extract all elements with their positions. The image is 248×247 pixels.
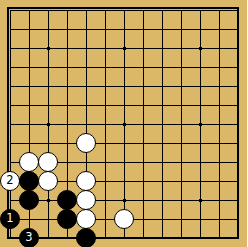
board-point[interactable] xyxy=(39,134,58,153)
board-point[interactable] xyxy=(172,1,191,20)
board-point[interactable] xyxy=(153,153,172,172)
board-point[interactable] xyxy=(115,210,134,229)
board-point[interactable] xyxy=(77,229,96,247)
white-stone[interactable] xyxy=(76,209,96,229)
board-point[interactable] xyxy=(96,210,115,229)
board-point[interactable] xyxy=(134,115,153,134)
board-point[interactable] xyxy=(20,39,39,58)
board-point[interactable] xyxy=(77,191,96,210)
board-point[interactable] xyxy=(96,39,115,58)
board-point[interactable] xyxy=(20,191,39,210)
board-point[interactable] xyxy=(191,134,210,153)
board-point[interactable] xyxy=(172,20,191,39)
board-point[interactable] xyxy=(229,20,248,39)
board-point[interactable] xyxy=(39,77,58,96)
board-point[interactable] xyxy=(134,134,153,153)
move-number-label: 2 xyxy=(6,175,13,187)
board-point[interactable] xyxy=(1,77,20,96)
board-point[interactable] xyxy=(115,229,134,247)
board-point[interactable] xyxy=(191,210,210,229)
board-point[interactable] xyxy=(210,210,229,229)
black-stone[interactable]: 3 xyxy=(19,228,39,247)
board-point[interactable] xyxy=(115,39,134,58)
board-point[interactable] xyxy=(153,77,172,96)
white-stone[interactable] xyxy=(38,171,58,191)
board-point[interactable] xyxy=(115,77,134,96)
board-point[interactable] xyxy=(58,134,77,153)
board-point[interactable] xyxy=(20,115,39,134)
board-point[interactable] xyxy=(210,96,229,115)
board-point[interactable] xyxy=(134,153,153,172)
board-point[interactable] xyxy=(153,210,172,229)
board-point[interactable]: 2 xyxy=(1,172,20,191)
board-point[interactable] xyxy=(153,134,172,153)
board-point[interactable] xyxy=(39,210,58,229)
move-number-label: 3 xyxy=(25,232,32,244)
board-point[interactable] xyxy=(172,153,191,172)
board-point[interactable] xyxy=(172,39,191,58)
board-point[interactable] xyxy=(77,39,96,58)
board-point[interactable] xyxy=(39,20,58,39)
board-point[interactable] xyxy=(191,172,210,191)
board-point[interactable] xyxy=(96,229,115,247)
board-point[interactable] xyxy=(1,58,20,77)
board-point[interactable] xyxy=(58,210,77,229)
board-point[interactable] xyxy=(77,153,96,172)
board-point[interactable] xyxy=(153,229,172,247)
board-point[interactable]: 1 xyxy=(1,210,20,229)
board-point[interactable] xyxy=(58,58,77,77)
board-point[interactable] xyxy=(1,1,20,20)
board-point[interactable] xyxy=(153,1,172,20)
board-point[interactable] xyxy=(20,96,39,115)
board-point[interactable] xyxy=(96,191,115,210)
board-point[interactable] xyxy=(20,77,39,96)
white-stone[interactable] xyxy=(19,152,39,172)
board-point[interactable] xyxy=(39,1,58,20)
board-point[interactable] xyxy=(153,115,172,134)
black-stone[interactable] xyxy=(57,209,77,229)
white-stone[interactable] xyxy=(38,152,58,172)
black-stone[interactable] xyxy=(57,190,77,210)
board-point[interactable] xyxy=(1,39,20,58)
board-point[interactable] xyxy=(96,58,115,77)
board-point[interactable] xyxy=(210,172,229,191)
board-point[interactable] xyxy=(115,172,134,191)
board-point[interactable] xyxy=(77,172,96,191)
board-point[interactable] xyxy=(58,96,77,115)
board-point[interactable] xyxy=(134,58,153,77)
white-stone[interactable] xyxy=(76,190,96,210)
board-point[interactable] xyxy=(115,20,134,39)
board-point[interactable] xyxy=(134,172,153,191)
black-stone[interactable] xyxy=(76,228,96,247)
board-point[interactable] xyxy=(134,210,153,229)
board-point[interactable] xyxy=(153,58,172,77)
board-point[interactable] xyxy=(20,153,39,172)
board-point[interactable] xyxy=(39,191,58,210)
board-point[interactable] xyxy=(191,153,210,172)
board-point[interactable] xyxy=(229,134,248,153)
board-point[interactable] xyxy=(39,58,58,77)
board-point[interactable] xyxy=(191,96,210,115)
board-point[interactable] xyxy=(58,229,77,247)
board-point[interactable] xyxy=(20,1,39,20)
board-point[interactable] xyxy=(172,229,191,247)
white-stone[interactable] xyxy=(76,171,96,191)
board-point[interactable] xyxy=(96,20,115,39)
board-point[interactable] xyxy=(96,1,115,20)
board-point[interactable] xyxy=(229,210,248,229)
board-point[interactable] xyxy=(172,210,191,229)
board-point[interactable] xyxy=(153,96,172,115)
board-point[interactable] xyxy=(172,115,191,134)
board-point[interactable] xyxy=(39,96,58,115)
board-point[interactable] xyxy=(115,96,134,115)
board-point[interactable] xyxy=(229,39,248,58)
board-point[interactable] xyxy=(1,96,20,115)
board-point[interactable] xyxy=(115,58,134,77)
board-point[interactable] xyxy=(58,1,77,20)
board-point[interactable] xyxy=(153,172,172,191)
board-point[interactable] xyxy=(134,229,153,247)
board-point[interactable] xyxy=(39,115,58,134)
board-point[interactable] xyxy=(77,20,96,39)
board-point[interactable] xyxy=(58,153,77,172)
board-point[interactable] xyxy=(20,20,39,39)
board-point[interactable] xyxy=(96,153,115,172)
board-point[interactable] xyxy=(115,1,134,20)
board-point[interactable] xyxy=(210,191,229,210)
board-point[interactable] xyxy=(229,96,248,115)
white-stone[interactable] xyxy=(114,209,134,229)
board-point[interactable] xyxy=(77,96,96,115)
board-point[interactable] xyxy=(77,77,96,96)
black-stone[interactable]: 1 xyxy=(0,209,20,229)
board-point[interactable] xyxy=(20,172,39,191)
board-point[interactable] xyxy=(1,153,20,172)
board-point[interactable] xyxy=(153,191,172,210)
board-point[interactable] xyxy=(210,153,229,172)
board-point[interactable] xyxy=(172,172,191,191)
board-point[interactable] xyxy=(96,77,115,96)
board-point[interactable] xyxy=(39,39,58,58)
board-point[interactable] xyxy=(134,77,153,96)
board-point[interactable] xyxy=(115,153,134,172)
board-point[interactable] xyxy=(229,191,248,210)
board-point[interactable] xyxy=(229,77,248,96)
board-point[interactable] xyxy=(115,191,134,210)
board-point[interactable] xyxy=(191,77,210,96)
board-point[interactable] xyxy=(172,58,191,77)
board-point[interactable] xyxy=(210,229,229,247)
board-point[interactable] xyxy=(191,115,210,134)
go-board-diagram: 213 xyxy=(0,0,247,247)
board-point[interactable] xyxy=(191,39,210,58)
board-point[interactable] xyxy=(77,58,96,77)
move-number-label: 1 xyxy=(6,213,13,225)
board-point[interactable] xyxy=(1,20,20,39)
board-point[interactable] xyxy=(172,77,191,96)
board-point[interactable] xyxy=(96,115,115,134)
board-point[interactable] xyxy=(1,115,20,134)
board-point[interactable] xyxy=(115,134,134,153)
board-point[interactable] xyxy=(191,191,210,210)
board-point[interactable] xyxy=(77,134,96,153)
board-point[interactable] xyxy=(96,134,115,153)
board-point[interactable] xyxy=(172,191,191,210)
board-point[interactable] xyxy=(153,20,172,39)
board-point[interactable] xyxy=(115,115,134,134)
black-stone[interactable] xyxy=(19,190,39,210)
board-point[interactable] xyxy=(1,134,20,153)
board-point[interactable] xyxy=(58,77,77,96)
board-point[interactable] xyxy=(58,191,77,210)
board-point[interactable] xyxy=(210,134,229,153)
board-point[interactable] xyxy=(191,20,210,39)
board-point[interactable] xyxy=(58,39,77,58)
board-point[interactable] xyxy=(77,210,96,229)
board-point[interactable] xyxy=(58,115,77,134)
board-point[interactable] xyxy=(39,153,58,172)
board-point[interactable] xyxy=(1,191,20,210)
board-point[interactable] xyxy=(20,210,39,229)
board-point[interactable] xyxy=(210,77,229,96)
board-point[interactable] xyxy=(229,115,248,134)
board-grid[interactable]: 213 xyxy=(1,1,248,247)
white-stone[interactable] xyxy=(76,133,96,153)
board-point[interactable] xyxy=(58,172,77,191)
board-point[interactable] xyxy=(134,20,153,39)
white-stone[interactable]: 2 xyxy=(0,171,20,191)
board-point[interactable] xyxy=(191,58,210,77)
board-point[interactable] xyxy=(229,172,248,191)
board-point[interactable] xyxy=(229,229,248,247)
board-point[interactable] xyxy=(96,96,115,115)
board-point[interactable] xyxy=(172,134,191,153)
board-point[interactable] xyxy=(210,115,229,134)
board-point[interactable] xyxy=(210,1,229,20)
board-point[interactable] xyxy=(210,39,229,58)
board-point[interactable] xyxy=(134,96,153,115)
board-point[interactable] xyxy=(58,20,77,39)
black-stone[interactable] xyxy=(19,171,39,191)
board-point[interactable] xyxy=(39,172,58,191)
board-point[interactable] xyxy=(191,1,210,20)
board-point[interactable] xyxy=(134,39,153,58)
board-point[interactable] xyxy=(20,58,39,77)
board-point[interactable] xyxy=(229,58,248,77)
board-point[interactable]: 3 xyxy=(20,229,39,247)
board-point[interactable] xyxy=(153,39,172,58)
board-point[interactable] xyxy=(39,229,58,247)
board-point[interactable] xyxy=(210,58,229,77)
board-point[interactable] xyxy=(96,172,115,191)
board-point[interactable] xyxy=(20,134,39,153)
board-point[interactable] xyxy=(134,191,153,210)
board-point[interactable] xyxy=(191,229,210,247)
board-point[interactable] xyxy=(77,115,96,134)
board-point[interactable] xyxy=(172,96,191,115)
board-point[interactable] xyxy=(210,20,229,39)
board-point[interactable] xyxy=(134,1,153,20)
board-point[interactable] xyxy=(229,153,248,172)
board-point[interactable] xyxy=(229,1,248,20)
board-point[interactable] xyxy=(1,229,20,247)
board-point[interactable] xyxy=(77,1,96,20)
